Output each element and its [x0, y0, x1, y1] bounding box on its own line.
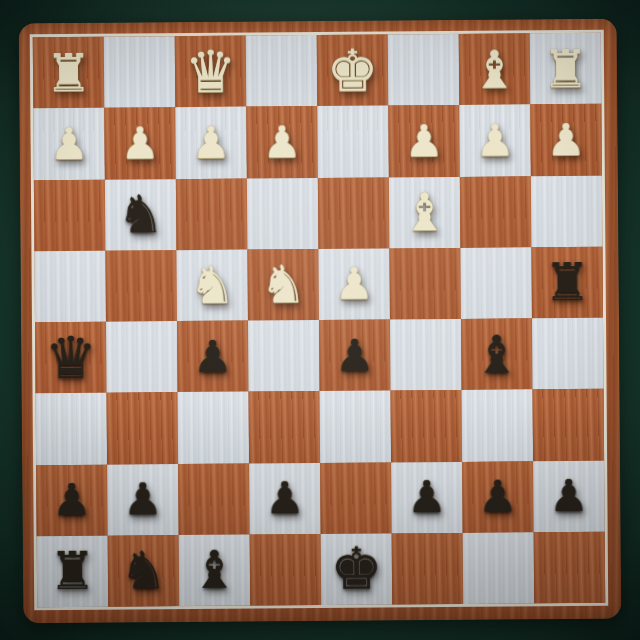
- piece-bB: ♝: [473, 328, 520, 380]
- piece-bP: ♟: [478, 475, 518, 519]
- square-r3c8: [531, 175, 603, 247]
- piece-wP: ♟: [120, 121, 160, 165]
- square-r7c3: [178, 463, 250, 535]
- square-r6c5: [320, 391, 392, 463]
- square-r8c2: ♞: [108, 535, 180, 607]
- square-r6c4: [249, 391, 321, 463]
- square-r8c7: [463, 532, 535, 604]
- square-r1c2: [104, 36, 176, 108]
- square-r4c5: ♟: [318, 248, 390, 320]
- square-r6c6: [391, 390, 463, 462]
- piece-wN: ♞: [260, 258, 307, 310]
- piece-wN: ♞: [189, 259, 236, 311]
- square-r5c6: [390, 319, 462, 391]
- piece-wP: ♟: [334, 262, 374, 306]
- square-r8c4: [250, 534, 322, 606]
- piece-wP: ♟: [262, 120, 302, 164]
- piece-bN: ♞: [120, 545, 167, 597]
- square-r1c7: ♝: [459, 33, 531, 105]
- square-r5c3: ♟: [177, 321, 249, 393]
- piece-bP: ♟: [549, 474, 589, 518]
- square-r3c4: [247, 178, 319, 250]
- square-r7c7: ♟: [462, 461, 534, 533]
- square-r2c6: ♟: [388, 105, 460, 177]
- square-r2c1: ♟: [33, 108, 105, 180]
- piece-wP: ♟: [546, 118, 586, 162]
- square-r3c1: [34, 179, 106, 251]
- square-r3c5: [318, 177, 390, 249]
- square-r4c7: [460, 247, 532, 319]
- square-r4c1: [34, 250, 106, 322]
- square-r2c3: ♟: [175, 107, 247, 179]
- chess-board-grid: ♜♛♚♝♜♟♟♟♟♟♟♟♞♝♞♞♟♜♛♟♟♝♟♟♟♟♟♟♜♞♝♚: [30, 30, 609, 610]
- square-r2c7: ♟: [459, 105, 531, 177]
- piece-wQ: ♛: [184, 42, 236, 100]
- square-r1c5: ♚: [317, 34, 389, 106]
- square-r4c3: ♞: [176, 249, 248, 321]
- square-r4c4: ♞: [247, 249, 319, 321]
- square-r1c3: ♛: [175, 36, 247, 108]
- piece-bP: ♟: [335, 333, 375, 377]
- square-r7c1: ♟: [36, 464, 108, 536]
- square-r4c8: ♜: [531, 247, 603, 319]
- square-r5c2: [106, 321, 178, 393]
- square-r6c3: [178, 392, 250, 464]
- piece-bN: ♞: [117, 188, 164, 240]
- square-r8c5: ♚: [321, 533, 393, 605]
- square-r5c4: [248, 320, 320, 392]
- piece-wP: ♟: [475, 118, 515, 162]
- piece-bP: ♟: [193, 334, 233, 378]
- square-r7c6: ♟: [391, 461, 463, 533]
- piece-bP: ♟: [52, 478, 92, 522]
- piece-wB: ♝: [471, 43, 518, 95]
- piece-wB: ♝: [401, 186, 448, 238]
- square-r7c8: ♟: [533, 460, 605, 532]
- square-r1c1: ♜: [33, 37, 105, 109]
- square-r1c6: [388, 34, 460, 106]
- square-r2c5: [317, 106, 389, 178]
- piece-bB: ♝: [191, 544, 238, 596]
- piece-bP: ♟: [123, 477, 163, 521]
- square-r5c7: ♝: [461, 318, 533, 390]
- square-r3c2: ♞: [105, 179, 177, 251]
- square-r4c2: [105, 250, 177, 322]
- square-r7c2: ♟: [107, 464, 179, 536]
- piece-wR: ♜: [542, 43, 589, 95]
- table-background: ♜♛♚♝♜♟♟♟♟♟♟♟♞♝♞♞♟♜♛♟♟♝♟♟♟♟♟♟♜♞♝♚: [0, 0, 640, 640]
- square-r5c8: [532, 318, 604, 390]
- square-r5c5: ♟: [319, 319, 391, 391]
- square-r6c2: [107, 392, 179, 464]
- piece-bR: ♜: [544, 256, 591, 308]
- piece-bK: ♚: [330, 540, 382, 598]
- chess-board: ♜♛♚♝♜♟♟♟♟♟♟♟♞♝♞♞♟♜♛♟♟♝♟♟♟♟♟♟♜♞♝♚: [19, 19, 622, 624]
- piece-wP: ♟: [49, 122, 89, 166]
- piece-bP: ♟: [265, 476, 305, 520]
- square-r8c3: ♝: [179, 534, 251, 606]
- square-r6c1: [36, 393, 108, 465]
- piece-bP: ♟: [407, 475, 447, 519]
- square-r2c4: ♟: [246, 106, 318, 178]
- piece-wR: ♜: [45, 46, 92, 98]
- square-r3c7: [460, 176, 532, 248]
- square-r1c8: ♜: [530, 33, 602, 105]
- square-r5c1: ♛: [35, 322, 107, 394]
- square-r3c3: [176, 178, 248, 250]
- square-r7c5: [320, 462, 392, 534]
- square-r4c6: [389, 248, 461, 320]
- piece-bQ: ♛: [45, 328, 97, 386]
- square-r8c6: [392, 533, 464, 605]
- square-r3c6: ♝: [389, 176, 461, 248]
- piece-wP: ♟: [404, 119, 444, 163]
- square-r7c4: ♟: [249, 463, 321, 535]
- square-r8c8: [534, 532, 606, 604]
- square-r2c8: ♟: [530, 104, 602, 176]
- piece-wP: ♟: [191, 121, 231, 165]
- square-r6c7: [462, 390, 534, 462]
- piece-bR: ♜: [49, 545, 96, 597]
- square-r6c8: [533, 389, 605, 461]
- piece-wK: ♚: [326, 41, 378, 99]
- square-r2c2: ♟: [104, 107, 176, 179]
- square-r1c4: [246, 35, 318, 107]
- square-r8c1: ♜: [37, 535, 109, 607]
